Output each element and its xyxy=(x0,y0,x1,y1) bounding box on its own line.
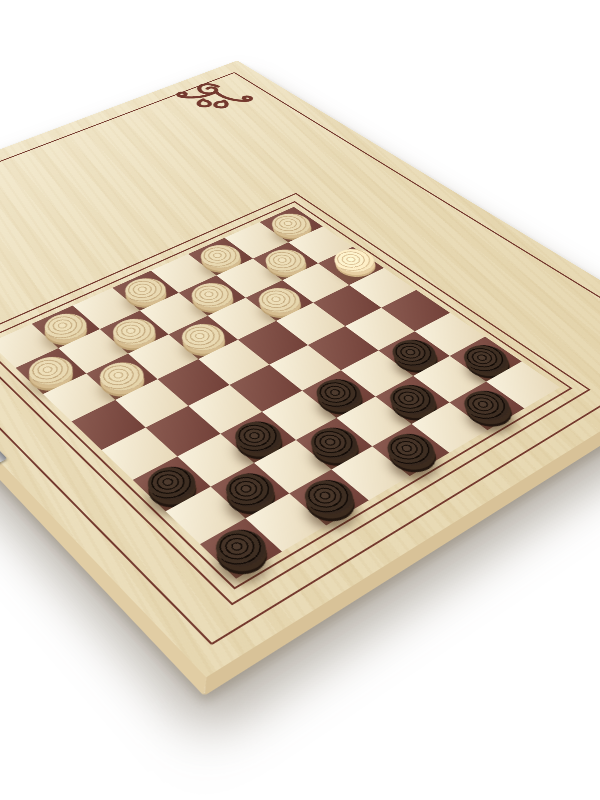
board-frame-line xyxy=(0,201,572,589)
board-outer-line xyxy=(0,193,591,606)
scroll-ornament-icon xyxy=(154,77,274,120)
checkers-board xyxy=(0,207,560,579)
metal-hinge xyxy=(0,444,7,466)
game-box-lid xyxy=(0,60,600,696)
product-photo-scene xyxy=(0,0,600,800)
